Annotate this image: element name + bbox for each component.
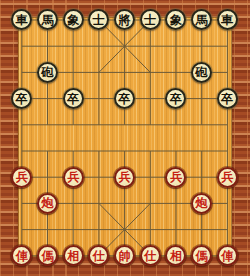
piece-red-soldier[interactable]: 兵 [217, 167, 238, 188]
piece-glyph: 卒 [170, 92, 182, 104]
xiangqi-board-grid[interactable]: 車馬象士將士象馬車砲砲卒卒卒卒卒兵兵兵兵兵炮炮俥傌相仕帥仕相傌俥 [9, 7, 240, 269]
piece-glyph: 相 [170, 249, 182, 261]
piece-glyph: 馬 [196, 13, 208, 25]
piece-red-chariot[interactable]: 俥 [11, 245, 32, 266]
piece-red-chariot[interactable]: 俥 [217, 245, 238, 266]
piece-red-soldier[interactable]: 兵 [63, 167, 84, 188]
piece-glyph: 炮 [196, 197, 208, 209]
piece-red-soldier[interactable]: 兵 [114, 167, 135, 188]
piece-glyph: 仕 [93, 249, 105, 261]
piece-glyph: 象 [170, 13, 182, 25]
piece-red-cannon[interactable]: 炮 [191, 193, 212, 214]
piece-glyph: 砲 [41, 66, 53, 78]
piece-black-horse[interactable]: 馬 [191, 9, 212, 30]
piece-black-soldier[interactable]: 卒 [11, 88, 32, 109]
piece-glyph: 相 [67, 249, 79, 261]
piece-black-elephant[interactable]: 象 [63, 9, 84, 30]
piece-red-cannon[interactable]: 炮 [37, 193, 58, 214]
piece-glyph: 兵 [67, 171, 79, 183]
piece-glyph: 傌 [196, 249, 208, 261]
piece-black-general[interactable]: 將 [114, 9, 135, 30]
piece-glyph: 傌 [41, 249, 53, 261]
piece-red-horse[interactable]: 傌 [191, 245, 212, 266]
piece-glyph: 俥 [221, 249, 233, 261]
piece-red-advisor[interactable]: 仕 [140, 245, 161, 266]
piece-red-soldier[interactable]: 兵 [165, 167, 186, 188]
piece-glyph: 馬 [41, 13, 53, 25]
piece-glyph: 車 [16, 13, 28, 25]
piece-red-general[interactable]: 帥 [114, 245, 135, 266]
piece-glyph: 象 [67, 13, 79, 25]
piece-glyph: 兵 [170, 171, 182, 183]
piece-black-chariot[interactable]: 車 [11, 9, 32, 30]
piece-glyph: 卒 [119, 92, 131, 104]
piece-black-cannon[interactable]: 砲 [37, 62, 58, 83]
piece-red-advisor[interactable]: 仕 [88, 245, 109, 266]
piece-black-advisor[interactable]: 士 [140, 9, 161, 30]
piece-glyph: 兵 [16, 171, 28, 183]
piece-black-soldier[interactable]: 卒 [63, 88, 84, 109]
piece-black-advisor[interactable]: 士 [88, 9, 109, 30]
piece-black-soldier[interactable]: 卒 [114, 88, 135, 109]
piece-glyph: 卒 [16, 92, 28, 104]
piece-glyph: 卒 [221, 92, 233, 104]
piece-black-elephant[interactable]: 象 [165, 9, 186, 30]
piece-black-horse[interactable]: 馬 [37, 9, 58, 30]
piece-glyph: 仕 [144, 249, 156, 261]
piece-glyph: 兵 [119, 171, 131, 183]
piece-glyph: 帥 [119, 249, 131, 261]
piece-red-soldier[interactable]: 兵 [11, 167, 32, 188]
piece-black-cannon[interactable]: 砲 [191, 62, 212, 83]
piece-black-chariot[interactable]: 車 [217, 9, 238, 30]
piece-black-soldier[interactable]: 卒 [217, 88, 238, 109]
piece-red-horse[interactable]: 傌 [37, 245, 58, 266]
piece-glyph: 卒 [67, 92, 79, 104]
piece-red-elephant[interactable]: 相 [165, 245, 186, 266]
piece-glyph: 砲 [196, 66, 208, 78]
brick-background: 車馬象士將士象馬車砲砲卒卒卒卒卒兵兵兵兵兵炮炮俥傌相仕帥仕相傌俥 [0, 0, 250, 276]
piece-glyph: 將 [119, 13, 131, 25]
piece-glyph: 士 [93, 13, 105, 25]
piece-red-elephant[interactable]: 相 [63, 245, 84, 266]
piece-black-soldier[interactable]: 卒 [165, 88, 186, 109]
piece-glyph: 車 [221, 13, 233, 25]
piece-glyph: 兵 [221, 171, 233, 183]
piece-glyph: 炮 [41, 197, 53, 209]
piece-glyph: 士 [144, 13, 156, 25]
piece-glyph: 俥 [16, 249, 28, 261]
